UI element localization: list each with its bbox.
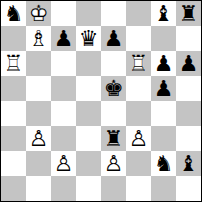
square-a8[interactable]: ♞ [1, 1, 26, 26]
square-h3[interactable] [176, 126, 201, 151]
square-c2[interactable]: ♟♙ [51, 151, 76, 176]
square-d1[interactable] [76, 176, 101, 201]
piece-white-rook: ♖ [1, 51, 26, 76]
square-d7[interactable]: ♛ [76, 26, 101, 51]
square-h4[interactable] [176, 101, 201, 126]
piece-white-pawn: ♙ [101, 151, 126, 176]
piece-white-rook: ♖ [126, 51, 151, 76]
piece-black-pawn: ♟ [101, 26, 126, 51]
square-b1[interactable] [26, 176, 51, 201]
square-f3[interactable]: ♟♙ [126, 126, 151, 151]
square-b4[interactable] [26, 101, 51, 126]
square-f4[interactable] [126, 101, 151, 126]
square-g2[interactable]: ♞ [151, 151, 176, 176]
square-c5[interactable] [51, 76, 76, 101]
square-b7[interactable]: ♝♗ [26, 26, 51, 51]
square-c6[interactable] [51, 51, 76, 76]
square-a4[interactable] [1, 101, 26, 126]
square-a2[interactable] [1, 151, 26, 176]
square-e5[interactable]: ♚ [101, 76, 126, 101]
square-h6[interactable]: ♟ [176, 51, 201, 76]
square-g3[interactable] [151, 126, 176, 151]
square-g8[interactable]: ♝ [151, 1, 176, 26]
square-f8[interactable] [126, 1, 151, 26]
square-h1[interactable] [176, 176, 201, 201]
piece-black-bishop: ♝ [151, 1, 176, 26]
square-e2[interactable]: ♟♙ [101, 151, 126, 176]
piece-black-pawn: ♟ [176, 51, 201, 76]
square-f7[interactable] [126, 26, 151, 51]
square-c3[interactable] [51, 126, 76, 151]
square-h7[interactable] [176, 26, 201, 51]
square-b6[interactable] [26, 51, 51, 76]
square-h8[interactable]: ♜ [176, 1, 201, 26]
piece-black-pawn: ♟ [51, 26, 76, 51]
piece-white-king: ♔ [26, 1, 51, 26]
square-f2[interactable] [126, 151, 151, 176]
piece-white-bishop: ♗ [26, 26, 51, 51]
square-e7[interactable]: ♟ [101, 26, 126, 51]
square-a3[interactable] [1, 126, 26, 151]
square-a7[interactable] [1, 26, 26, 51]
piece-black-rook: ♜ [176, 1, 201, 26]
square-d8[interactable] [76, 1, 101, 26]
square-b2[interactable] [26, 151, 51, 176]
square-e4[interactable] [101, 101, 126, 126]
chess-board: ♞♚♔♝♜♝♗♟♛♟♜♖♜♖♟♟♚♟♟♙♜♟♙♟♙♟♙♞♝ [0, 0, 202, 202]
square-a1[interactable] [1, 176, 26, 201]
piece-white-pawn: ♙ [26, 126, 51, 151]
square-d5[interactable] [76, 76, 101, 101]
square-g4[interactable] [151, 101, 176, 126]
piece-black-knight: ♞ [1, 1, 26, 26]
square-f5[interactable] [126, 76, 151, 101]
square-h2[interactable]: ♝ [176, 151, 201, 176]
piece-black-rook: ♜ [101, 126, 126, 151]
square-f6[interactable]: ♜♖ [126, 51, 151, 76]
square-e3[interactable]: ♜ [101, 126, 126, 151]
piece-white-pawn: ♙ [51, 151, 76, 176]
square-e6[interactable] [101, 51, 126, 76]
piece-black-knight: ♞ [151, 151, 176, 176]
square-d2[interactable] [76, 151, 101, 176]
square-f1[interactable] [126, 176, 151, 201]
square-a6[interactable]: ♜♖ [1, 51, 26, 76]
square-e1[interactable] [101, 176, 126, 201]
square-b5[interactable] [26, 76, 51, 101]
square-h5[interactable] [176, 76, 201, 101]
square-g6[interactable]: ♟ [151, 51, 176, 76]
square-c4[interactable] [51, 101, 76, 126]
piece-black-king: ♚ [101, 76, 126, 101]
square-d6[interactable] [76, 51, 101, 76]
square-b3[interactable]: ♟♙ [26, 126, 51, 151]
piece-black-pawn: ♟ [151, 51, 176, 76]
piece-black-queen: ♛ [76, 26, 101, 51]
square-b8[interactable]: ♚♔ [26, 1, 51, 26]
chess-board-grid: ♞♚♔♝♜♝♗♟♛♟♜♖♜♖♟♟♚♟♟♙♜♟♙♟♙♟♙♞♝ [1, 1, 201, 201]
square-c1[interactable] [51, 176, 76, 201]
square-d4[interactable] [76, 101, 101, 126]
square-g1[interactable] [151, 176, 176, 201]
square-g7[interactable] [151, 26, 176, 51]
square-c7[interactable]: ♟ [51, 26, 76, 51]
square-g5[interactable]: ♟ [151, 76, 176, 101]
square-c8[interactable] [51, 1, 76, 26]
piece-black-pawn: ♟ [151, 76, 176, 101]
square-e8[interactable] [101, 1, 126, 26]
piece-black-bishop: ♝ [176, 151, 201, 176]
piece-white-pawn: ♙ [126, 126, 151, 151]
square-a5[interactable] [1, 76, 26, 101]
square-d3[interactable] [76, 126, 101, 151]
